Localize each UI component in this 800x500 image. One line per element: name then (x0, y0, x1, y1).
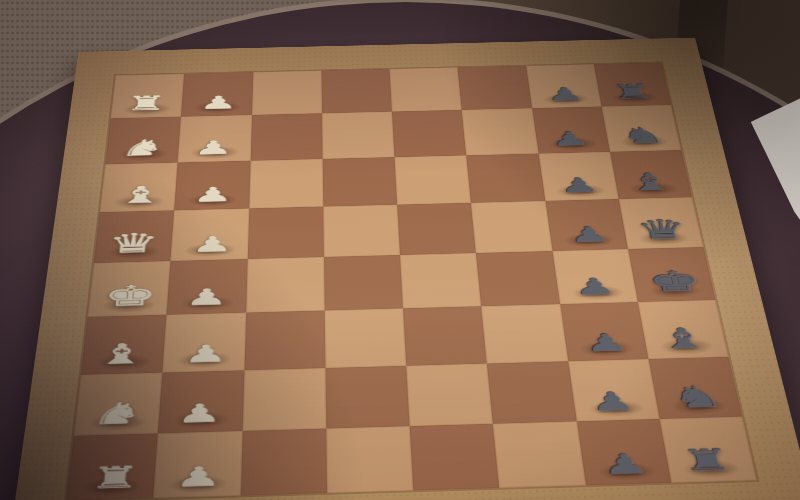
black-pawn[interactable]: ♟ (591, 366, 637, 417)
board-square-r1c2[interactable] (250, 113, 322, 160)
board-square-r2c7[interactable]: ♝ (610, 150, 692, 199)
board-square-r5c0[interactable]: ♝ (81, 315, 167, 375)
board-square-r1c5[interactable] (462, 108, 538, 155)
board-square-r6c6[interactable]: ♟ (568, 359, 660, 421)
board-square-r4c5[interactable] (476, 251, 560, 306)
white-pawn[interactable]: ♟ (173, 440, 221, 493)
board-square-r3c7[interactable]: ♛ (619, 197, 704, 249)
board-square-r7c5[interactable] (493, 421, 585, 488)
white-knight[interactable]: ♞ (119, 111, 165, 162)
board-square-r5c3[interactable] (324, 309, 406, 368)
board-square-r7c4[interactable] (410, 424, 500, 491)
board-square-r1c3[interactable] (322, 112, 395, 159)
board-square-r2c6[interactable]: ♟ (538, 152, 618, 201)
board-square-r6c7[interactable]: ♞ (648, 356, 742, 418)
board-square-r3c1[interactable]: ♟ (171, 208, 249, 261)
board-square-r6c1[interactable]: ♟ (158, 370, 244, 433)
board-square-r3c3[interactable] (323, 205, 400, 257)
board-square-r0c6[interactable]: ♟ (526, 64, 602, 108)
board-grid: ♜♟♟♜♞♟♟♞♝♟♟♝♛♟♟♛♚♟♟♚♝♟♟♝♞♟♟♞♜♟♟♜ (66, 63, 756, 500)
board-square-r4c1[interactable]: ♟ (167, 259, 248, 315)
board-square-r0c2[interactable] (252, 71, 322, 116)
board-perspective-wrap: ♜♟♟♜♞♟♟♞♝♟♟♝♛♟♟♛♚♟♟♚♝♟♟♝♞♟♟♞♜♟♟♜ (9, 38, 800, 500)
board-square-r0c5[interactable] (458, 66, 532, 110)
white-pawn[interactable]: ♟ (183, 263, 227, 311)
board-square-r7c3[interactable] (326, 426, 413, 493)
board-square-r1c0[interactable]: ♞ (105, 117, 181, 164)
chess-photo-scene: ♜♟♟♜♞♟♟♞♝♟♟♝♛♟♟♛♚♟♟♚♝♟♟♝♞♟♟♞♜♟♟♜ (0, 0, 800, 500)
board-square-r5c1[interactable]: ♟ (163, 313, 246, 372)
board-square-r3c2[interactable] (247, 206, 323, 259)
board-square-r7c0[interactable]: ♜ (66, 433, 158, 500)
white-pawn[interactable]: ♟ (191, 162, 232, 208)
board-square-r2c5[interactable] (466, 153, 545, 202)
black-pawn[interactable]: ♟ (547, 64, 586, 107)
board-square-r2c0[interactable]: ♝ (100, 162, 178, 212)
board-square-r4c0[interactable]: ♚ (88, 261, 171, 317)
board-square-r1c6[interactable]: ♟ (532, 107, 610, 154)
board-square-r5c2[interactable] (244, 311, 325, 370)
black-pawn[interactable]: ♟ (602, 428, 650, 481)
board-square-r0c7[interactable]: ♜ (594, 63, 671, 107)
black-rook[interactable]: ♜ (612, 58, 654, 105)
white-pawn[interactable]: ♟ (192, 116, 232, 160)
board-square-r6c2[interactable] (242, 368, 326, 431)
board-square-r7c1[interactable]: ♟ (153, 431, 242, 498)
white-rook[interactable]: ♜ (123, 70, 166, 117)
board-square-r0c0[interactable]: ♜ (111, 74, 185, 119)
white-pawn[interactable]: ♟ (190, 211, 232, 258)
white-pawn[interactable]: ♟ (182, 319, 227, 369)
board-square-r2c4[interactable] (394, 155, 471, 204)
board-square-r1c4[interactable] (392, 110, 466, 157)
black-pawn[interactable]: ♟ (585, 308, 630, 358)
black-pawn[interactable]: ♟ (574, 253, 617, 301)
white-bishop[interactable]: ♝ (94, 314, 146, 372)
board-square-r4c3[interactable] (324, 255, 403, 311)
board-square-r0c1[interactable]: ♟ (181, 72, 253, 117)
board-square-r1c1[interactable]: ♟ (178, 115, 252, 162)
board-square-r6c0[interactable]: ♞ (74, 372, 163, 435)
black-rook[interactable]: ♜ (683, 421, 734, 479)
board-square-r3c6[interactable]: ♟ (545, 199, 628, 251)
board-square-r0c3[interactable] (321, 69, 392, 113)
board-square-r6c3[interactable] (325, 365, 409, 428)
board-square-r4c2[interactable] (246, 257, 325, 313)
board-square-r4c6[interactable]: ♟ (552, 249, 638, 304)
board-square-r4c4[interactable] (400, 253, 481, 309)
board-square-r0c4[interactable] (390, 67, 462, 111)
chess-board: ♜♟♟♜♞♟♟♞♝♟♟♝♛♟♟♛♚♟♟♚♝♟♟♝♞♟♟♞♜♟♟♜ (9, 38, 800, 500)
board-square-r5c7[interactable]: ♝ (638, 300, 729, 359)
white-pawn[interactable]: ♟ (175, 378, 222, 430)
board-square-r2c2[interactable] (249, 159, 323, 209)
board-square-r3c4[interactable] (397, 203, 476, 255)
board-square-r4c7[interactable]: ♚ (628, 247, 716, 302)
black-pawn[interactable]: ♟ (551, 107, 591, 151)
white-pawn[interactable]: ♟ (198, 72, 237, 115)
black-bishop[interactable]: ♝ (659, 298, 710, 355)
black-pawn[interactable]: ♟ (560, 153, 601, 198)
board-square-r6c4[interactable] (406, 363, 493, 426)
board-square-r7c7[interactable]: ♜ (659, 416, 756, 482)
board-square-r2c1[interactable]: ♟ (174, 160, 250, 210)
black-bishop[interactable]: ♝ (628, 145, 675, 197)
board-square-r3c0[interactable]: ♛ (94, 210, 175, 263)
board-square-r2c3[interactable] (322, 157, 397, 207)
board-square-r5c5[interactable] (481, 304, 567, 363)
board-square-r1c7[interactable]: ♞ (601, 105, 681, 152)
board-square-r3c5[interactable] (471, 201, 552, 253)
white-rook[interactable]: ♜ (86, 438, 138, 496)
white-bishop[interactable]: ♝ (115, 157, 163, 210)
black-king[interactable]: ♚ (649, 239, 703, 300)
board-square-r5c6[interactable]: ♟ (560, 302, 649, 361)
black-knight[interactable]: ♞ (622, 99, 668, 150)
black-knight[interactable]: ♞ (673, 356, 726, 415)
white-knight[interactable]: ♞ (89, 372, 143, 432)
board-square-r7c2[interactable] (240, 428, 327, 495)
board-square-r5c4[interactable] (403, 306, 487, 365)
board-square-r6c5[interactable] (487, 361, 576, 424)
black-pawn[interactable]: ♟ (569, 202, 611, 249)
board-square-r7c6[interactable]: ♟ (576, 419, 671, 486)
white-king[interactable]: ♚ (101, 253, 156, 314)
